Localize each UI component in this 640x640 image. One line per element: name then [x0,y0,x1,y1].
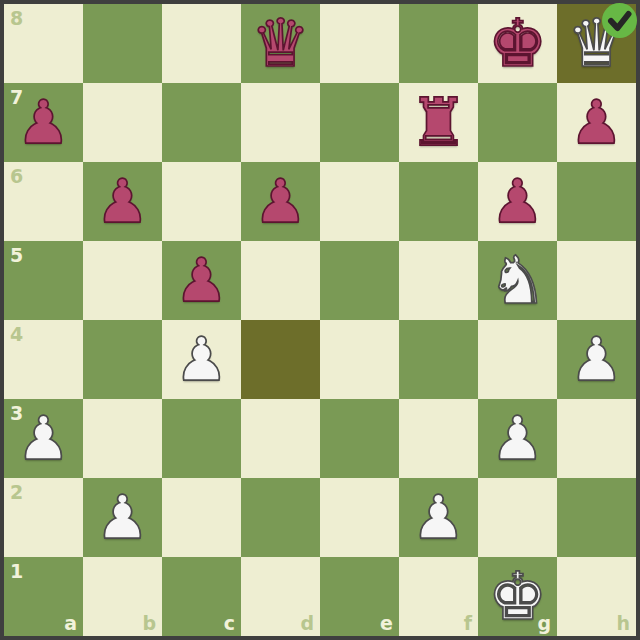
piece-black-king[interactable]: ♚ [478,4,557,83]
file-label-a: a [64,612,77,634]
square-c4[interactable]: ♟ [162,320,241,399]
square-c5[interactable]: ♟ [162,241,241,320]
file-label-d: d [300,612,314,634]
chess-board-frame: 8♛♚♛7♟♜♟6♟♟♟5♟♞4♟♟3♟♟2♟♟1abcdefg♚h [0,0,640,640]
square-f6[interactable] [399,162,478,241]
square-h5[interactable] [557,241,636,320]
square-c6[interactable] [162,162,241,241]
piece-white-pawn[interactable]: ♟ [399,478,478,557]
square-d2[interactable] [241,478,320,557]
square-g6[interactable]: ♟ [478,162,557,241]
piece-white-pawn[interactable]: ♟ [83,478,162,557]
square-b7[interactable] [83,83,162,162]
square-h2[interactable] [557,478,636,557]
piece-black-rook[interactable]: ♜ [399,83,478,162]
piece-black-pawn[interactable]: ♟ [557,83,636,162]
piece-white-pawn[interactable]: ♟ [162,320,241,399]
chess-board: 8♛♚♛7♟♜♟6♟♟♟5♟♞4♟♟3♟♟2♟♟1abcdefg♚h [4,4,636,636]
square-g2[interactable] [478,478,557,557]
square-h7[interactable]: ♟ [557,83,636,162]
square-b2[interactable]: ♟ [83,478,162,557]
square-d1[interactable]: d [241,557,320,636]
square-d5[interactable] [241,241,320,320]
file-label-e: e [380,612,393,634]
square-e3[interactable] [320,399,399,478]
square-a2[interactable]: 2 [4,478,83,557]
square-g7[interactable] [478,83,557,162]
square-a7[interactable]: 7♟ [4,83,83,162]
rank-label-8: 8 [10,7,23,29]
square-e7[interactable] [320,83,399,162]
square-e2[interactable] [320,478,399,557]
square-f8[interactable] [399,4,478,83]
square-b6[interactable]: ♟ [83,162,162,241]
square-c8[interactable] [162,4,241,83]
rank-label-4: 4 [10,323,23,345]
piece-white-pawn[interactable]: ♟ [478,399,557,478]
file-label-b: b [142,612,156,634]
square-a6[interactable]: 6 [4,162,83,241]
piece-white-king[interactable]: ♚ [478,557,557,636]
square-d4[interactable] [241,320,320,399]
square-d6[interactable]: ♟ [241,162,320,241]
square-e8[interactable] [320,4,399,83]
square-g1[interactable]: g♚ [478,557,557,636]
square-h8[interactable]: ♛ [557,4,636,83]
square-f3[interactable] [399,399,478,478]
square-a5[interactable]: 5 [4,241,83,320]
square-a4[interactable]: 4 [4,320,83,399]
square-a1[interactable]: 1a [4,557,83,636]
rank-label-2: 2 [10,481,23,503]
square-g5[interactable]: ♞ [478,241,557,320]
square-b3[interactable] [83,399,162,478]
piece-black-pawn[interactable]: ♟ [162,241,241,320]
square-a3[interactable]: 3♟ [4,399,83,478]
file-label-f: f [464,612,472,634]
square-d8[interactable]: ♛ [241,4,320,83]
square-b8[interactable] [83,4,162,83]
square-e5[interactable] [320,241,399,320]
square-c3[interactable] [162,399,241,478]
piece-black-pawn[interactable]: ♟ [241,162,320,241]
piece-white-knight[interactable]: ♞ [478,241,557,320]
square-g3[interactable]: ♟ [478,399,557,478]
piece-white-pawn[interactable]: ♟ [557,320,636,399]
rank-label-6: 6 [10,165,23,187]
piece-black-queen[interactable]: ♛ [241,4,320,83]
square-h6[interactable] [557,162,636,241]
file-label-c: c [224,612,235,634]
rank-label-5: 5 [10,244,23,266]
square-e6[interactable] [320,162,399,241]
square-h1[interactable]: h [557,557,636,636]
rank-label-1: 1 [10,560,23,582]
square-c2[interactable] [162,478,241,557]
square-a8[interactable]: 8 [4,4,83,83]
square-f1[interactable]: f [399,557,478,636]
square-g8[interactable]: ♚ [478,4,557,83]
square-d3[interactable] [241,399,320,478]
square-c7[interactable] [162,83,241,162]
piece-white-queen[interactable]: ♛ [557,4,636,83]
square-e1[interactable]: e [320,557,399,636]
square-f4[interactable] [399,320,478,399]
square-d7[interactable] [241,83,320,162]
square-b4[interactable] [83,320,162,399]
piece-black-pawn[interactable]: ♟ [83,162,162,241]
piece-white-pawn[interactable]: ♟ [4,399,83,478]
square-b1[interactable]: b [83,557,162,636]
piece-black-pawn[interactable]: ♟ [478,162,557,241]
square-f2[interactable]: ♟ [399,478,478,557]
square-h4[interactable]: ♟ [557,320,636,399]
file-label-h: h [616,612,630,634]
square-g4[interactable] [478,320,557,399]
square-b5[interactable] [83,241,162,320]
square-h3[interactable] [557,399,636,478]
square-f5[interactable] [399,241,478,320]
square-e4[interactable] [320,320,399,399]
square-c1[interactable]: c [162,557,241,636]
square-f7[interactable]: ♜ [399,83,478,162]
piece-black-pawn[interactable]: ♟ [4,83,83,162]
